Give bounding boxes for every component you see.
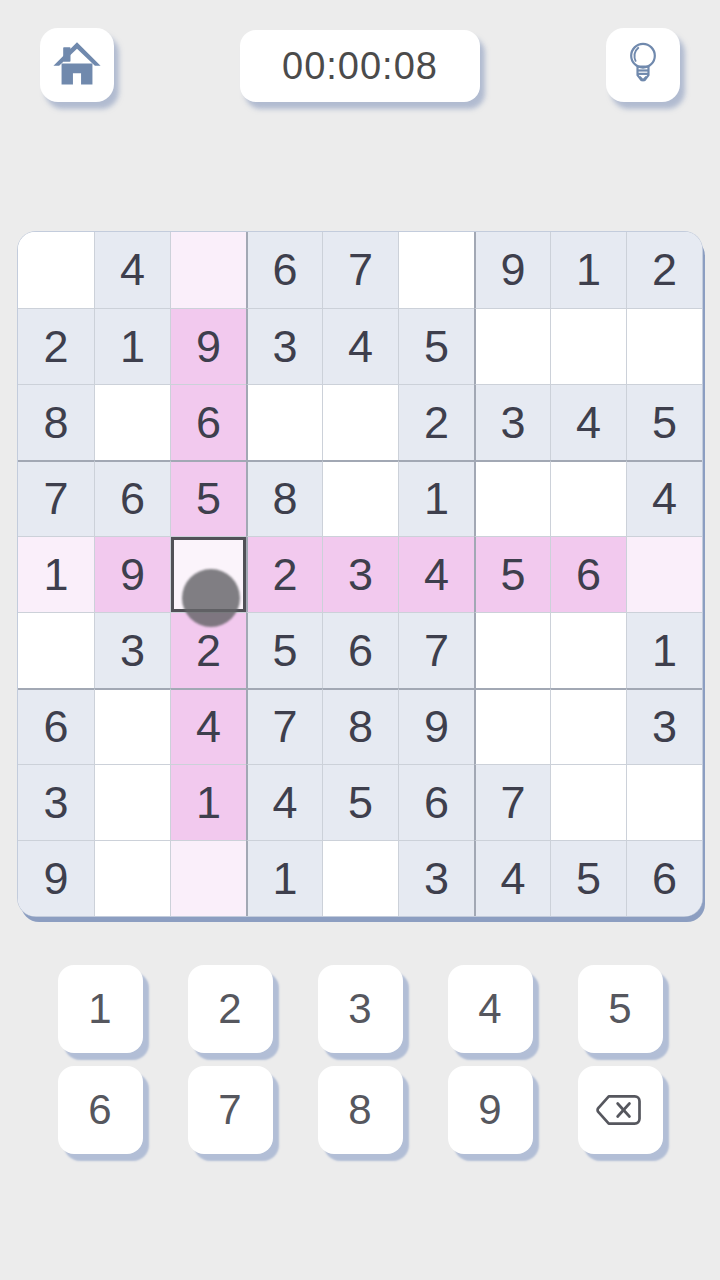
- numpad-9[interactable]: 9: [448, 1066, 533, 1154]
- sudoku-cell-r9c2[interactable]: [94, 840, 170, 916]
- sudoku-cell-r8c6[interactable]: 6: [398, 764, 474, 840]
- sudoku-cell-r4c7[interactable]: [474, 460, 550, 536]
- sudoku-cell-r4c5[interactable]: [322, 460, 398, 536]
- sudoku-cell-r1c1[interactable]: [18, 232, 94, 308]
- sudoku-cell-r8c1[interactable]: 3: [18, 764, 94, 840]
- sudoku-cell-r4c6[interactable]: 1: [398, 460, 474, 536]
- numpad-5[interactable]: 5: [578, 965, 663, 1053]
- numpad-8[interactable]: 8: [318, 1066, 403, 1154]
- sudoku-cell-r1c2[interactable]: 4: [94, 232, 170, 308]
- sudoku-cell-r1c3[interactable]: [170, 232, 246, 308]
- sudoku-cell-r9c9[interactable]: 6: [626, 840, 702, 916]
- home-icon: [51, 39, 103, 91]
- sudoku-cell-r7c6[interactable]: 9: [398, 688, 474, 764]
- sudoku-cell-r7c1[interactable]: 6: [18, 688, 94, 764]
- sudoku-cell-r2c5[interactable]: 4: [322, 308, 398, 384]
- sudoku-cell-r2c6[interactable]: 5: [398, 308, 474, 384]
- sudoku-cell-r6c5[interactable]: 6: [322, 612, 398, 688]
- sudoku-cell-r5c9[interactable]: [626, 536, 702, 612]
- sudoku-cell-r9c1[interactable]: 9: [18, 840, 94, 916]
- sudoku-cell-r7c5[interactable]: 8: [322, 688, 398, 764]
- numpad-row-2: 6 7 8 9: [0, 1066, 720, 1154]
- sudoku-cell-r9c5[interactable]: [322, 840, 398, 916]
- sudoku-cell-r2c8[interactable]: [550, 308, 626, 384]
- sudoku-cell-r2c7[interactable]: [474, 308, 550, 384]
- numpad-7[interactable]: 7: [188, 1066, 273, 1154]
- sudoku-cell-r6c1[interactable]: [18, 612, 94, 688]
- sudoku-cell-r5c7[interactable]: 5: [474, 536, 550, 612]
- sudoku-cell-r3c6[interactable]: 2: [398, 384, 474, 460]
- sudoku-cell-r8c8[interactable]: [550, 764, 626, 840]
- backspace-icon: [594, 1090, 646, 1130]
- sudoku-cell-r1c6[interactable]: [398, 232, 474, 308]
- sudoku-cell-r5c2[interactable]: 9: [94, 536, 170, 612]
- numpad-3[interactable]: 3: [318, 965, 403, 1053]
- sudoku-cell-r7c9[interactable]: 3: [626, 688, 702, 764]
- sudoku-cell-r3c9[interactable]: 5: [626, 384, 702, 460]
- numpad-2[interactable]: 2: [188, 965, 273, 1053]
- sudoku-cell-r1c8[interactable]: 1: [550, 232, 626, 308]
- sudoku-cell-r8c3[interactable]: 1: [170, 764, 246, 840]
- sudoku-cell-r8c9[interactable]: [626, 764, 702, 840]
- numpad-6[interactable]: 6: [58, 1066, 143, 1154]
- sudoku-cell-r4c8[interactable]: [550, 460, 626, 536]
- sudoku-cell-r4c3[interactable]: 5: [170, 460, 246, 536]
- sudoku-cell-r9c4[interactable]: 1: [246, 840, 322, 916]
- sudoku-cell-r7c4[interactable]: 7: [246, 688, 322, 764]
- sudoku-cell-r5c3[interactable]: [170, 536, 246, 612]
- sudoku-cell-r5c8[interactable]: 6: [550, 536, 626, 612]
- timer-text: 00:00:08: [282, 45, 438, 88]
- sudoku-cell-r3c8[interactable]: 4: [550, 384, 626, 460]
- timer-display: 00:00:08: [240, 30, 480, 102]
- sudoku-cell-r4c2[interactable]: 6: [94, 460, 170, 536]
- sudoku-cell-r6c9[interactable]: 1: [626, 612, 702, 688]
- sudoku-cell-r6c3[interactable]: 2: [170, 612, 246, 688]
- sudoku-cell-r1c7[interactable]: 9: [474, 232, 550, 308]
- sudoku-cell-r5c1[interactable]: 1: [18, 536, 94, 612]
- sudoku-cell-r6c8[interactable]: [550, 612, 626, 688]
- sudoku-cell-r3c7[interactable]: 3: [474, 384, 550, 460]
- sudoku-cell-r4c9[interactable]: 4: [626, 460, 702, 536]
- sudoku-cell-r3c5[interactable]: [322, 384, 398, 460]
- sudoku-cell-r6c7[interactable]: [474, 612, 550, 688]
- sudoku-cell-r5c6[interactable]: 4: [398, 536, 474, 612]
- sudoku-cell-r7c2[interactable]: [94, 688, 170, 764]
- numpad-1[interactable]: 1: [58, 965, 143, 1053]
- sudoku-cell-r2c4[interactable]: 3: [246, 308, 322, 384]
- hint-button[interactable]: [606, 28, 680, 102]
- sudoku-cell-r1c9[interactable]: 2: [626, 232, 702, 308]
- sudoku-cell-r3c1[interactable]: 8: [18, 384, 94, 460]
- sudoku-cell-r7c3[interactable]: 4: [170, 688, 246, 764]
- sudoku-cell-r6c2[interactable]: 3: [94, 612, 170, 688]
- sudoku-cell-r2c3[interactable]: 9: [170, 308, 246, 384]
- sudoku-cell-r7c8[interactable]: [550, 688, 626, 764]
- sudoku-cell-r3c4[interactable]: [246, 384, 322, 460]
- numpad-backspace[interactable]: [578, 1066, 663, 1154]
- sudoku-cell-r3c3[interactable]: 6: [170, 384, 246, 460]
- lightbulb-icon: [616, 37, 670, 93]
- sudoku-cell-r2c2[interactable]: 1: [94, 308, 170, 384]
- sudoku-board: 4679122193458623457658141923456325671647…: [18, 232, 702, 916]
- sudoku-cell-r2c1[interactable]: 2: [18, 308, 94, 384]
- sudoku-grid: 4679122193458623457658141923456325671647…: [18, 232, 702, 916]
- sudoku-cell-r8c5[interactable]: 5: [322, 764, 398, 840]
- numpad-row-1: 1 2 3 4 5: [0, 965, 720, 1053]
- sudoku-cell-r8c2[interactable]: [94, 764, 170, 840]
- sudoku-cell-r8c4[interactable]: 4: [246, 764, 322, 840]
- home-button[interactable]: [40, 28, 114, 102]
- sudoku-cell-r4c4[interactable]: 8: [246, 460, 322, 536]
- sudoku-cell-r2c9[interactable]: [626, 308, 702, 384]
- sudoku-cell-r6c6[interactable]: 7: [398, 612, 474, 688]
- sudoku-cell-r1c5[interactable]: 7: [322, 232, 398, 308]
- sudoku-cell-r6c4[interactable]: 5: [246, 612, 322, 688]
- numpad-4[interactable]: 4: [448, 965, 533, 1053]
- sudoku-cell-r9c7[interactable]: 4: [474, 840, 550, 916]
- sudoku-cell-r5c4[interactable]: 2: [246, 536, 322, 612]
- sudoku-cell-r1c4[interactable]: 6: [246, 232, 322, 308]
- sudoku-cell-r9c8[interactable]: 5: [550, 840, 626, 916]
- sudoku-cell-r4c1[interactable]: 7: [18, 460, 94, 536]
- sudoku-cell-r3c2[interactable]: [94, 384, 170, 460]
- sudoku-cell-r5c5[interactable]: 3: [322, 536, 398, 612]
- sudoku-cell-r9c6[interactable]: 3: [398, 840, 474, 916]
- sudoku-cell-r8c7[interactable]: 7: [474, 764, 550, 840]
- sudoku-cell-r9c3[interactable]: [170, 840, 246, 916]
- sudoku-cell-r7c7[interactable]: [474, 688, 550, 764]
